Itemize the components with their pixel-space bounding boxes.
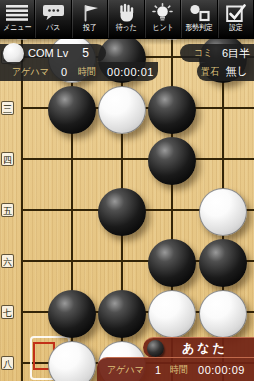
komi-panel: コミ 6目半 bbox=[180, 44, 254, 62]
white-stone-c4-r7 bbox=[148, 290, 196, 338]
row-label-8: 八 bbox=[1, 356, 14, 370]
black-stone-icon bbox=[147, 340, 164, 357]
toolbar-button-menu[interactable]: メニュー bbox=[0, 0, 35, 38]
resign-flag-icon bbox=[80, 2, 100, 23]
undo-hand-icon bbox=[117, 2, 135, 23]
white-stone-c2-r8 bbox=[48, 341, 96, 381]
black-stone-c5-r6 bbox=[199, 239, 247, 287]
toolbar-button-label: パス bbox=[47, 23, 61, 33]
toolbar-button-label: 待った bbox=[116, 23, 137, 33]
black-info-bar: アゲハマ 1 時間 00:00:09 bbox=[97, 357, 254, 381]
grid-hline-4 bbox=[21, 158, 254, 160]
white-time-label: 時間 bbox=[78, 65, 96, 79]
toolbar-button-pass-bubble[interactable]: パス bbox=[35, 0, 71, 38]
black-stone-c4-r3 bbox=[148, 86, 196, 134]
app-screen: 12345一二三四五六七八 メニューパス投了待ったヒント形勢判定設定 COM L… bbox=[0, 0, 254, 381]
toolbar-button-hint-bulb[interactable]: ヒント bbox=[145, 0, 181, 38]
black-stone-c2-r7 bbox=[48, 290, 96, 338]
black-stone-c4-r4 bbox=[148, 137, 196, 185]
toolbar-button-label: 投了 bbox=[83, 23, 97, 33]
black-captures: 1 bbox=[155, 364, 161, 376]
com-level: 5 bbox=[82, 46, 89, 60]
white-captures: 0 bbox=[61, 66, 67, 78]
pass-bubble-icon bbox=[42, 2, 65, 23]
toolbar-button-judge-shapes[interactable]: 形勢判定 bbox=[181, 0, 217, 38]
toolbar-button-resign-flag[interactable]: 投了 bbox=[72, 0, 108, 38]
menu-icon bbox=[6, 2, 28, 23]
row-label-4: 四 bbox=[1, 152, 14, 166]
handicap-value: 無し bbox=[226, 64, 248, 79]
toolbar-button-label: 形勢判定 bbox=[186, 23, 214, 33]
toolbar-button-label: メニュー bbox=[3, 23, 31, 33]
black-time: 00:00:09 bbox=[198, 364, 245, 376]
white-info-bar: アゲハマ 0 時間 00:00:01 bbox=[0, 62, 158, 81]
black-time-label: 時間 bbox=[170, 363, 188, 377]
white-stone-c5-r5 bbox=[199, 188, 247, 236]
black-player-panel: あなた bbox=[143, 337, 254, 358]
white-time: 00:00:01 bbox=[107, 66, 154, 78]
row-label-7: 七 bbox=[1, 305, 14, 319]
handicap-label: 置石 bbox=[201, 65, 219, 79]
white-stone-c3-r3 bbox=[98, 86, 146, 134]
black-player-name: あなた bbox=[182, 340, 228, 357]
row-label-6: 六 bbox=[1, 254, 14, 268]
settings-check-icon bbox=[226, 2, 246, 23]
toolbar-button-label: 設定 bbox=[229, 23, 243, 33]
black-stone-c4-r6 bbox=[148, 239, 196, 287]
white-captures-label: アゲハマ bbox=[12, 65, 49, 79]
row-label-5: 五 bbox=[1, 203, 14, 217]
white-player-panel: COM Lv 5 bbox=[0, 44, 106, 62]
black-stone-c3-r5 bbox=[98, 188, 146, 236]
handicap-panel: 置石 無し bbox=[197, 62, 254, 81]
hint-bulb-icon bbox=[152, 2, 173, 23]
komi-value: 6目半 bbox=[222, 46, 250, 61]
black-stone-c3-r7 bbox=[98, 290, 146, 338]
black-captures-label: アゲハマ bbox=[107, 363, 144, 377]
toolbar-button-label: ヒント bbox=[152, 23, 173, 33]
toolbar: メニューパス投了待ったヒント形勢判定設定 bbox=[0, 0, 254, 39]
white-player-name: COM Lv bbox=[28, 47, 68, 59]
white-stone-c5-r7 bbox=[199, 290, 247, 338]
toolbar-button-undo-hand[interactable]: 待った bbox=[108, 0, 144, 38]
judge-shapes-icon bbox=[189, 2, 210, 23]
white-stone-icon bbox=[3, 43, 24, 64]
toolbar-button-settings-check[interactable]: 設定 bbox=[218, 0, 254, 38]
black-stone-c2-r3 bbox=[48, 86, 96, 134]
komi-label: コミ bbox=[194, 46, 212, 60]
row-label-3: 三 bbox=[1, 101, 14, 115]
